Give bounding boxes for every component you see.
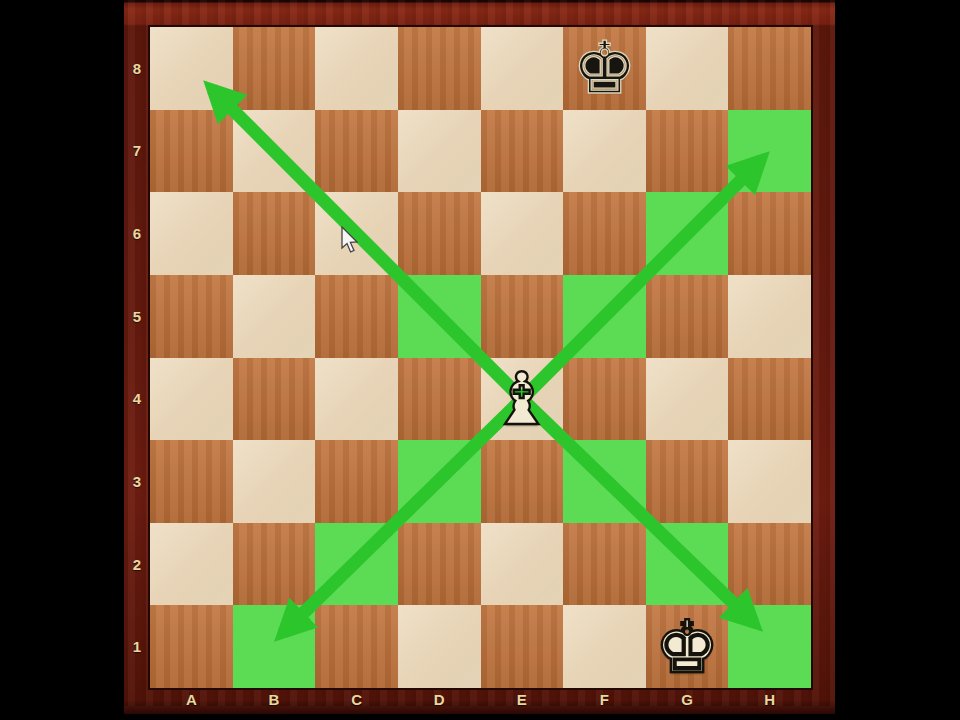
file-label-g: G — [677, 690, 697, 708]
white-bishop[interactable]: ♝ — [481, 358, 564, 441]
square-h1[interactable] — [728, 605, 811, 688]
square-g7[interactable] — [646, 110, 729, 193]
square-e7[interactable] — [481, 110, 564, 193]
square-d8[interactable] — [398, 27, 481, 110]
square-g5[interactable] — [646, 275, 729, 358]
square-d3[interactable] — [398, 440, 481, 523]
square-d2[interactable] — [398, 523, 481, 606]
file-label-b: B — [264, 690, 284, 708]
square-a1[interactable] — [150, 605, 233, 688]
square-a4[interactable] — [150, 358, 233, 441]
square-c6[interactable] — [315, 192, 398, 275]
square-b3[interactable] — [233, 440, 316, 523]
rank-label-6: 6 — [124, 224, 150, 244]
square-d4[interactable] — [398, 358, 481, 441]
square-f5[interactable] — [563, 275, 646, 358]
square-h3[interactable] — [728, 440, 811, 523]
square-c3[interactable] — [315, 440, 398, 523]
square-f1[interactable] — [563, 605, 646, 688]
file-label-h: H — [760, 690, 780, 708]
square-a7[interactable] — [150, 110, 233, 193]
square-a5[interactable] — [150, 275, 233, 358]
square-h2[interactable] — [728, 523, 811, 606]
square-h8[interactable] — [728, 27, 811, 110]
rank-label-8: 8 — [124, 58, 150, 78]
square-e3[interactable] — [481, 440, 564, 523]
square-e8[interactable] — [481, 27, 564, 110]
square-c1[interactable] — [315, 605, 398, 688]
file-label-d: D — [429, 690, 449, 708]
file-label-f: F — [594, 690, 614, 708]
square-h4[interactable] — [728, 358, 811, 441]
square-f4[interactable] — [563, 358, 646, 441]
square-d1[interactable] — [398, 605, 481, 688]
file-label-e: E — [512, 690, 532, 708]
square-c7[interactable] — [315, 110, 398, 193]
square-b8[interactable] — [233, 27, 316, 110]
square-e2[interactable] — [481, 523, 564, 606]
square-h6[interactable] — [728, 192, 811, 275]
square-c4[interactable] — [315, 358, 398, 441]
square-d6[interactable] — [398, 192, 481, 275]
rank-label-1: 1 — [124, 637, 150, 657]
file-label-c: C — [347, 690, 367, 708]
square-e1[interactable] — [481, 605, 564, 688]
square-g2[interactable] — [646, 523, 729, 606]
square-c5[interactable] — [315, 275, 398, 358]
black-king[interactable]: ♚ — [563, 27, 646, 110]
rank-label-4: 4 — [124, 389, 150, 409]
square-b6[interactable] — [233, 192, 316, 275]
square-g8[interactable] — [646, 27, 729, 110]
file-label-a: A — [181, 690, 201, 708]
square-a2[interactable] — [150, 523, 233, 606]
square-b2[interactable] — [233, 523, 316, 606]
square-b5[interactable] — [233, 275, 316, 358]
square-g4[interactable] — [646, 358, 729, 441]
square-a3[interactable] — [150, 440, 233, 523]
rank-label-7: 7 — [124, 141, 150, 161]
square-c8[interactable] — [315, 27, 398, 110]
frame-bottom-edge — [124, 706, 835, 714]
square-c2[interactable] — [315, 523, 398, 606]
square-f2[interactable] — [563, 523, 646, 606]
square-d5[interactable] — [398, 275, 481, 358]
square-h7[interactable] — [728, 110, 811, 193]
square-f7[interactable] — [563, 110, 646, 193]
square-a6[interactable] — [150, 192, 233, 275]
square-g3[interactable] — [646, 440, 729, 523]
square-b7[interactable] — [233, 110, 316, 193]
square-g6[interactable] — [646, 192, 729, 275]
square-f6[interactable] — [563, 192, 646, 275]
square-e6[interactable] — [481, 192, 564, 275]
square-b1[interactable] — [233, 605, 316, 688]
rank-label-5: 5 — [124, 306, 150, 326]
rank-label-3: 3 — [124, 471, 150, 491]
white-king[interactable]: ♚ — [646, 605, 729, 688]
square-d7[interactable] — [398, 110, 481, 193]
rank-label-2: 2 — [124, 554, 150, 574]
square-f3[interactable] — [563, 440, 646, 523]
square-h5[interactable] — [728, 275, 811, 358]
square-b4[interactable] — [233, 358, 316, 441]
video-frame: ♚♝♚ 87654321ABCDEFGH — [0, 0, 960, 720]
square-a8[interactable] — [150, 27, 233, 110]
square-e5[interactable] — [481, 275, 564, 358]
